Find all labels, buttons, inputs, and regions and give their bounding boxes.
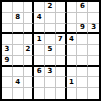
sudoku-cell-empty[interactable]: [45, 24, 56, 35]
sudoku-cell-given[interactable]: 1: [67, 77, 78, 88]
sudoku-cell-empty[interactable]: [67, 2, 78, 13]
sudoku-cell-empty[interactable]: [34, 88, 45, 99]
sudoku-cell-empty[interactable]: [13, 34, 24, 45]
sudoku-cell-empty[interactable]: [77, 13, 88, 24]
sudoku-cell-given[interactable]: 3: [45, 67, 56, 78]
sudoku-cell-empty[interactable]: [88, 13, 99, 24]
sudoku-cell-empty[interactable]: [34, 77, 45, 88]
sudoku-cell-empty[interactable]: [34, 2, 45, 13]
sudoku-cell-empty[interactable]: [2, 67, 13, 78]
sudoku-cell-given[interactable]: 3: [2, 45, 13, 56]
sudoku-cell-given[interactable]: 2: [24, 45, 35, 56]
sudoku-cell-given[interactable]: 1: [34, 34, 45, 45]
sudoku-cell-empty[interactable]: [56, 88, 67, 99]
sudoku-cell-given[interactable]: 7: [56, 34, 67, 45]
sudoku-cell-empty[interactable]: [56, 77, 67, 88]
sudoku-cell-empty[interactable]: [56, 13, 67, 24]
sudoku-board: 26849317432596341: [0, 0, 101, 101]
sudoku-cell-empty[interactable]: [13, 45, 24, 56]
sudoku-cell-empty[interactable]: [77, 45, 88, 56]
sudoku-cell-empty[interactable]: [24, 88, 35, 99]
sudoku-cell-given[interactable]: 4: [67, 34, 78, 45]
sudoku-cell-empty[interactable]: [77, 34, 88, 45]
sudoku-cell-empty[interactable]: [67, 45, 78, 56]
sudoku-cell-empty[interactable]: [45, 34, 56, 45]
sudoku-cell-empty[interactable]: [45, 88, 56, 99]
sudoku-cell-empty[interactable]: [88, 56, 99, 67]
sudoku-cell-given[interactable]: 6: [77, 2, 88, 13]
sudoku-cell-empty[interactable]: [24, 56, 35, 67]
sudoku-cell-empty[interactable]: [45, 77, 56, 88]
sudoku-cell-empty[interactable]: [2, 13, 13, 24]
sudoku-cell-empty[interactable]: [45, 56, 56, 67]
sudoku-cell-empty[interactable]: [88, 67, 99, 78]
sudoku-cell-empty[interactable]: [77, 77, 88, 88]
sudoku-cell-empty[interactable]: [34, 56, 45, 67]
sudoku-cell-empty[interactable]: [77, 88, 88, 99]
sudoku-cell-empty[interactable]: [56, 24, 67, 35]
sudoku-cell-empty[interactable]: [77, 56, 88, 67]
sudoku-cell-empty[interactable]: [2, 34, 13, 45]
sudoku-cell-given[interactable]: 6: [34, 67, 45, 78]
sudoku-cell-empty[interactable]: [88, 77, 99, 88]
sudoku-cell-empty[interactable]: [13, 67, 24, 78]
sudoku-cell-empty[interactable]: [24, 2, 35, 13]
sudoku-cell-given[interactable]: 4: [34, 13, 45, 24]
sudoku-cell-empty[interactable]: [77, 67, 88, 78]
sudoku-cell-empty[interactable]: [67, 88, 78, 99]
sudoku-cell-empty[interactable]: [56, 2, 67, 13]
sudoku-cell-empty[interactable]: [24, 77, 35, 88]
sudoku-cell-given[interactable]: 3: [88, 24, 99, 35]
sudoku-cell-empty[interactable]: [24, 67, 35, 78]
sudoku-cell-empty[interactable]: [67, 24, 78, 35]
sudoku-cell-empty[interactable]: [88, 45, 99, 56]
sudoku-cell-empty[interactable]: [24, 24, 35, 35]
sudoku-cell-empty[interactable]: [67, 56, 78, 67]
sudoku-cell-given[interactable]: 5: [45, 45, 56, 56]
sudoku-cell-empty[interactable]: [2, 24, 13, 35]
sudoku-cell-empty[interactable]: [56, 45, 67, 56]
sudoku-cell-empty[interactable]: [24, 13, 35, 24]
sudoku-cell-empty[interactable]: [24, 34, 35, 45]
sudoku-cell-empty[interactable]: [67, 13, 78, 24]
sudoku-cell-empty[interactable]: [67, 67, 78, 78]
sudoku-cell-empty[interactable]: [2, 77, 13, 88]
sudoku-cell-empty[interactable]: [34, 45, 45, 56]
sudoku-cell-empty[interactable]: [13, 24, 24, 35]
sudoku-cell-empty[interactable]: [13, 56, 24, 67]
sudoku-cell-given[interactable]: 8: [13, 13, 24, 24]
sudoku-cell-empty[interactable]: [56, 67, 67, 78]
sudoku-cell-given[interactable]: 4: [13, 77, 24, 88]
sudoku-cell-empty[interactable]: [88, 2, 99, 13]
sudoku-cell-empty[interactable]: [34, 24, 45, 35]
sudoku-cell-empty[interactable]: [45, 13, 56, 24]
sudoku-cell-empty[interactable]: [13, 88, 24, 99]
sudoku-cell-empty[interactable]: [88, 88, 99, 99]
sudoku-cell-empty[interactable]: [88, 34, 99, 45]
sudoku-cell-given[interactable]: 2: [45, 2, 56, 13]
sudoku-puzzle: 26849317432596341: [0, 0, 101, 101]
sudoku-cell-empty[interactable]: [2, 2, 13, 13]
sudoku-cell-empty[interactable]: [13, 2, 24, 13]
sudoku-cell-given[interactable]: 9: [2, 56, 13, 67]
sudoku-cell-empty[interactable]: [2, 88, 13, 99]
sudoku-cell-given[interactable]: 9: [77, 24, 88, 35]
sudoku-cell-empty[interactable]: [56, 56, 67, 67]
